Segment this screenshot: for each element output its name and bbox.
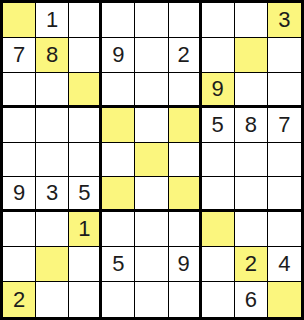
cell-r4c2[interactable]: [36, 108, 69, 143]
cell-r3c2[interactable]: [36, 73, 69, 108]
cell-r1c2[interactable]: 1: [36, 3, 69, 38]
cell-r9c9[interactable]: [268, 282, 301, 317]
sudoku-board: 13789295879351592426: [0, 0, 304, 320]
cell-r6c5[interactable]: [135, 177, 168, 212]
cell-r1c6[interactable]: [169, 3, 202, 38]
cell-r5c8[interactable]: [235, 143, 268, 178]
cell-r8c4[interactable]: 5: [102, 247, 135, 282]
cell-r5c5[interactable]: [135, 143, 168, 178]
cell-r3c9[interactable]: [268, 73, 301, 108]
cell-r9c3[interactable]: [69, 282, 102, 317]
cell-r1c8[interactable]: [235, 3, 268, 38]
cell-r8c1[interactable]: [3, 247, 36, 282]
cell-r7c2[interactable]: [36, 212, 69, 247]
cell-r7c9[interactable]: [268, 212, 301, 247]
cell-r4c1[interactable]: [3, 108, 36, 143]
cell-r2c9[interactable]: [268, 38, 301, 73]
cell-r3c8[interactable]: [235, 73, 268, 108]
cell-r6c7[interactable]: [202, 177, 235, 212]
cell-r3c6[interactable]: [169, 73, 202, 108]
cell-r6c2[interactable]: 3: [36, 177, 69, 212]
cell-r5c7[interactable]: [202, 143, 235, 178]
cell-r6c3[interactable]: 5: [69, 177, 102, 212]
cell-r6c6[interactable]: [169, 177, 202, 212]
cell-r4c8[interactable]: 8: [235, 108, 268, 143]
cell-r3c1[interactable]: [3, 73, 36, 108]
cell-r4c5[interactable]: [135, 108, 168, 143]
cell-r8c2[interactable]: [36, 247, 69, 282]
cell-r2c8[interactable]: [235, 38, 268, 73]
cell-r4c6[interactable]: [169, 108, 202, 143]
cell-r9c5[interactable]: [135, 282, 168, 317]
cell-r2c3[interactable]: [69, 38, 102, 73]
cell-r7c3[interactable]: 1: [69, 212, 102, 247]
cell-r2c1[interactable]: 7: [3, 38, 36, 73]
cell-r1c4[interactable]: [102, 3, 135, 38]
cell-r8c6[interactable]: 9: [169, 247, 202, 282]
cell-r5c1[interactable]: [3, 143, 36, 178]
cell-r7c4[interactable]: [102, 212, 135, 247]
cell-r1c5[interactable]: [135, 3, 168, 38]
cell-r4c7[interactable]: 5: [202, 108, 235, 143]
cell-r2c2[interactable]: 8: [36, 38, 69, 73]
cell-r1c9[interactable]: 3: [268, 3, 301, 38]
cell-r6c9[interactable]: [268, 177, 301, 212]
cell-r8c5[interactable]: [135, 247, 168, 282]
cell-r5c9[interactable]: [268, 143, 301, 178]
cell-r9c2[interactable]: [36, 282, 69, 317]
cell-r2c7[interactable]: [202, 38, 235, 73]
cell-r7c8[interactable]: [235, 212, 268, 247]
cell-r8c9[interactable]: 4: [268, 247, 301, 282]
cell-r3c4[interactable]: [102, 73, 135, 108]
cell-r3c7[interactable]: 9: [202, 73, 235, 108]
cell-r6c4[interactable]: [102, 177, 135, 212]
cell-r3c5[interactable]: [135, 73, 168, 108]
cell-r4c4[interactable]: [102, 108, 135, 143]
cell-r5c6[interactable]: [169, 143, 202, 178]
cell-r5c2[interactable]: [36, 143, 69, 178]
cell-r2c4[interactable]: 9: [102, 38, 135, 73]
cell-r9c8[interactable]: 6: [235, 282, 268, 317]
cell-r5c4[interactable]: [102, 143, 135, 178]
cell-r4c9[interactable]: 7: [268, 108, 301, 143]
cell-r1c7[interactable]: [202, 3, 235, 38]
cell-r7c6[interactable]: [169, 212, 202, 247]
cell-r7c7[interactable]: [202, 212, 235, 247]
cell-r7c5[interactable]: [135, 212, 168, 247]
cell-r1c3[interactable]: [69, 3, 102, 38]
cell-r9c1[interactable]: 2: [3, 282, 36, 317]
cell-r9c4[interactable]: [102, 282, 135, 317]
cell-r8c3[interactable]: [69, 247, 102, 282]
cell-r3c3[interactable]: [69, 73, 102, 108]
cell-r9c6[interactable]: [169, 282, 202, 317]
cell-r7c1[interactable]: [3, 212, 36, 247]
cell-r5c3[interactable]: [69, 143, 102, 178]
cell-r8c7[interactable]: [202, 247, 235, 282]
cell-r8c8[interactable]: 2: [235, 247, 268, 282]
cell-r9c7[interactable]: [202, 282, 235, 317]
cell-r2c6[interactable]: 2: [169, 38, 202, 73]
cell-r6c1[interactable]: 9: [3, 177, 36, 212]
cell-r4c3[interactable]: [69, 108, 102, 143]
cell-r2c5[interactable]: [135, 38, 168, 73]
cell-r6c8[interactable]: [235, 177, 268, 212]
cell-r1c1[interactable]: [3, 3, 36, 38]
